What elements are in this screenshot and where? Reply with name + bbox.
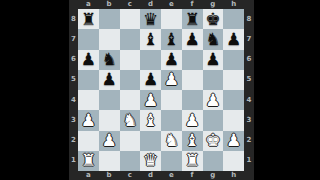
file-label-h-top: h — [223, 0, 244, 9]
white-pawn[interactable]: ♟ — [185, 112, 200, 129]
square-f7[interactable]: ♟ — [182, 29, 203, 49]
file-label-f-bottom: f — [182, 171, 203, 180]
white-rook[interactable]: ♜ — [81, 152, 96, 169]
rank-label-2-left: 2 — [69, 131, 78, 151]
square-a6[interactable]: ♟ — [78, 50, 99, 70]
rank-label-3-right: 3 — [244, 110, 254, 130]
square-a5[interactable] — [78, 70, 99, 90]
black-pawn[interactable]: ♟ — [164, 51, 179, 68]
square-d2[interactable] — [140, 131, 161, 151]
square-g5[interactable] — [203, 70, 224, 90]
square-h2[interactable]: ♟ — [223, 131, 244, 151]
video-frame: abcdefgh8♜♛♜♚87♝♝♟♞♟76♟♞♟♟65♟♟♟54♟♟43♟♞♝… — [0, 0, 320, 180]
file-label-e-bottom: e — [161, 171, 182, 180]
rank-label-6-left: 6 — [69, 50, 78, 70]
square-g1[interactable] — [203, 151, 224, 171]
square-f2[interactable]: ♝ — [182, 131, 203, 151]
white-bishop[interactable]: ♝ — [185, 132, 200, 149]
square-a3[interactable]: ♟ — [78, 110, 99, 130]
board-border-corner — [244, 171, 254, 180]
file-label-c-bottom: c — [120, 171, 141, 180]
file-label-h-bottom: h — [223, 171, 244, 180]
square-f1[interactable]: ♜ — [182, 151, 203, 171]
square-b4[interactable] — [99, 90, 120, 110]
white-pawn[interactable]: ♟ — [143, 92, 158, 109]
square-e6[interactable]: ♟ — [161, 50, 182, 70]
black-rook[interactable]: ♜ — [185, 11, 200, 28]
square-h3[interactable] — [223, 110, 244, 130]
square-d4[interactable]: ♟ — [140, 90, 161, 110]
square-h8[interactable] — [223, 9, 244, 29]
square-f3[interactable]: ♟ — [182, 110, 203, 130]
square-c4[interactable] — [120, 90, 141, 110]
black-pawn[interactable]: ♟ — [143, 71, 158, 88]
file-label-a-bottom: a — [78, 171, 99, 180]
square-d1[interactable]: ♛ — [140, 151, 161, 171]
black-king[interactable]: ♚ — [205, 11, 220, 28]
white-pawn[interactable]: ♟ — [205, 92, 220, 109]
square-c1[interactable] — [120, 151, 141, 171]
white-pawn[interactable]: ♟ — [102, 132, 117, 149]
square-g4[interactable]: ♟ — [203, 90, 224, 110]
file-label-g-bottom: g — [203, 171, 224, 180]
black-knight[interactable]: ♞ — [102, 51, 117, 68]
black-bishop[interactable]: ♝ — [164, 31, 179, 48]
square-g6[interactable]: ♟ — [203, 50, 224, 70]
black-rook[interactable]: ♜ — [81, 11, 96, 28]
square-d8[interactable]: ♛ — [140, 9, 161, 29]
square-h4[interactable] — [223, 90, 244, 110]
rank-label-4-right: 4 — [244, 90, 254, 110]
square-b6[interactable]: ♞ — [99, 50, 120, 70]
black-knight[interactable]: ♞ — [205, 31, 220, 48]
white-pawn[interactable]: ♟ — [226, 132, 241, 149]
square-c5[interactable] — [120, 70, 141, 90]
square-a2[interactable] — [78, 131, 99, 151]
square-e1[interactable] — [161, 151, 182, 171]
file-label-c-top: c — [120, 0, 141, 9]
board-border-corner — [69, 171, 78, 180]
square-f4[interactable] — [182, 90, 203, 110]
white-knight[interactable]: ♞ — [122, 112, 137, 129]
square-g7[interactable]: ♞ — [203, 29, 224, 49]
square-h7[interactable]: ♟ — [223, 29, 244, 49]
board-border-corner — [69, 0, 78, 9]
file-label-d-top: d — [140, 0, 161, 9]
rank-label-5-left: 5 — [69, 70, 78, 90]
square-d3[interactable]: ♝ — [140, 110, 161, 130]
square-a1[interactable]: ♜ — [78, 151, 99, 171]
rank-label-1-right: 1 — [244, 151, 254, 171]
square-e7[interactable]: ♝ — [161, 29, 182, 49]
square-c8[interactable] — [120, 9, 141, 29]
square-c6[interactable] — [120, 50, 141, 70]
file-label-b-top: b — [99, 0, 120, 9]
file-label-a-top: a — [78, 0, 99, 9]
square-c2[interactable] — [120, 131, 141, 151]
black-pawn[interactable]: ♟ — [102, 71, 117, 88]
black-pawn[interactable]: ♟ — [205, 51, 220, 68]
square-e8[interactable] — [161, 9, 182, 29]
white-king[interactable]: ♚ — [205, 132, 220, 149]
black-pawn[interactable]: ♟ — [185, 31, 200, 48]
rank-label-4-left: 4 — [69, 90, 78, 110]
square-d5[interactable]: ♟ — [140, 70, 161, 90]
white-bishop[interactable]: ♝ — [143, 112, 158, 129]
rank-label-7-right: 7 — [244, 29, 254, 49]
file-label-d-bottom: d — [140, 171, 161, 180]
square-c7[interactable] — [120, 29, 141, 49]
square-f6[interactable] — [182, 50, 203, 70]
square-g8[interactable]: ♚ — [203, 9, 224, 29]
white-knight[interactable]: ♞ — [164, 132, 179, 149]
rank-label-8-left: 8 — [69, 9, 78, 29]
square-e4[interactable] — [161, 90, 182, 110]
white-pawn[interactable]: ♟ — [81, 112, 96, 129]
chess-board: abcdefgh8♜♛♜♚87♝♝♟♞♟76♟♞♟♟65♟♟♟54♟♟43♟♞♝… — [69, 0, 254, 180]
square-g3[interactable] — [203, 110, 224, 130]
black-pawn[interactable]: ♟ — [81, 51, 96, 68]
square-f5[interactable] — [182, 70, 203, 90]
square-a8[interactable]: ♜ — [78, 9, 99, 29]
file-label-b-bottom: b — [99, 171, 120, 180]
square-d6[interactable] — [140, 50, 161, 70]
square-b7[interactable] — [99, 29, 120, 49]
file-label-e-top: e — [161, 0, 182, 9]
square-e5[interactable]: ♟ — [161, 70, 182, 90]
white-pawn[interactable]: ♟ — [164, 71, 179, 88]
square-h1[interactable] — [223, 151, 244, 171]
file-label-g-top: g — [203, 0, 224, 9]
rank-label-3-left: 3 — [69, 110, 78, 130]
file-label-f-top: f — [182, 0, 203, 9]
square-c3[interactable]: ♞ — [120, 110, 141, 130]
square-b5[interactable]: ♟ — [99, 70, 120, 90]
black-bishop[interactable]: ♝ — [143, 31, 158, 48]
rank-label-1-left: 1 — [69, 151, 78, 171]
black-queen[interactable]: ♛ — [143, 11, 158, 28]
square-e3[interactable] — [161, 110, 182, 130]
rank-label-2-right: 2 — [244, 131, 254, 151]
board-border-corner — [244, 0, 254, 9]
square-g2[interactable]: ♚ — [203, 131, 224, 151]
square-b3[interactable] — [99, 110, 120, 130]
rank-label-5-right: 5 — [244, 70, 254, 90]
rank-label-7-left: 7 — [69, 29, 78, 49]
rank-label-6-right: 6 — [244, 50, 254, 70]
square-f8[interactable]: ♜ — [182, 9, 203, 29]
black-pawn[interactable]: ♟ — [226, 31, 241, 48]
white-rook[interactable]: ♜ — [185, 152, 200, 169]
square-b2[interactable]: ♟ — [99, 131, 120, 151]
square-h5[interactable] — [223, 70, 244, 90]
rank-label-8-right: 8 — [244, 9, 254, 29]
square-a4[interactable] — [78, 90, 99, 110]
square-h6[interactable] — [223, 50, 244, 70]
square-b8[interactable] — [99, 9, 120, 29]
square-e2[interactable]: ♞ — [161, 131, 182, 151]
square-b1[interactable] — [99, 151, 120, 171]
square-a7[interactable] — [78, 29, 99, 49]
square-d7[interactable]: ♝ — [140, 29, 161, 49]
white-queen[interactable]: ♛ — [143, 152, 158, 169]
